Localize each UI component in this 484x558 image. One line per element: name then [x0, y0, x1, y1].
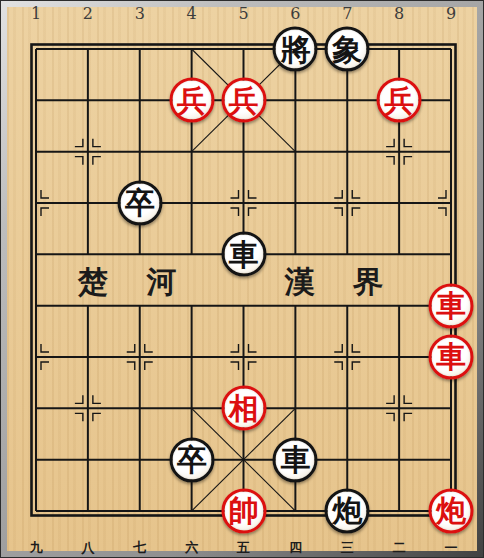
piece-red-soldier[interactable]: 兵 — [377, 78, 422, 123]
piece-black-chariot[interactable]: 車 — [221, 232, 266, 277]
file-label-top-7: 7 — [342, 6, 352, 22]
file-label-bottom-9: 九 — [30, 541, 43, 554]
piece-black-general[interactable]: 將 — [273, 27, 318, 72]
piece-red-general[interactable]: 帥 — [221, 488, 266, 533]
file-label-top-1: 1 — [31, 6, 41, 22]
piece-red-soldier[interactable]: 兵 — [169, 78, 214, 123]
piece-red-cannon[interactable]: 炮 — [429, 488, 474, 533]
file-label-bottom-5: 五 — [237, 541, 250, 554]
file-label-top-4: 4 — [187, 6, 197, 22]
file-label-bottom-4: 四 — [289, 541, 302, 554]
piece-black-soldier[interactable]: 卒 — [117, 180, 162, 225]
file-label-bottom-3: 三 — [341, 541, 354, 554]
piece-black-cannon[interactable]: 炮 — [325, 488, 370, 533]
file-label-bottom-1: 一 — [445, 541, 458, 554]
river-text-left: 楚 河 — [78, 267, 190, 297]
piece-red-elephant[interactable]: 相 — [221, 386, 266, 431]
file-label-top-8: 8 — [394, 6, 404, 22]
file-label-top-9: 9 — [446, 6, 456, 22]
file-label-top-5: 5 — [238, 6, 248, 22]
file-label-top-3: 3 — [135, 6, 145, 22]
file-label-bottom-7: 七 — [133, 541, 146, 554]
river-text-right: 漢 界 — [285, 267, 397, 297]
piece-red-soldier[interactable]: 兵 — [221, 78, 266, 123]
piece-black-chariot[interactable]: 車 — [273, 437, 318, 482]
piece-red-chariot[interactable]: 車 — [429, 334, 474, 379]
file-label-bottom-6: 六 — [185, 541, 198, 554]
file-label-top-6: 6 — [290, 6, 300, 22]
piece-black-soldier[interactable]: 卒 — [169, 437, 214, 482]
file-label-bottom-2: 二 — [393, 541, 406, 554]
piece-black-elephant[interactable]: 象 — [325, 27, 370, 72]
piece-red-chariot[interactable]: 車 — [429, 283, 474, 328]
file-label-top-2: 2 — [83, 6, 93, 22]
file-label-bottom-8: 八 — [81, 541, 94, 554]
xiangqi-app-window: 123456789 九八七六五四三二一 楚 河 漢 界 將象兵兵兵卒車車車相卒車… — [0, 0, 484, 558]
